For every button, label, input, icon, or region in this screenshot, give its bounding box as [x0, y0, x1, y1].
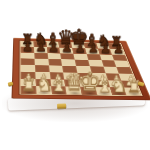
chess-board: ♜♞♝♛♚♝♞♜♟♟♟♟♟♟♟♟♟♟♟♟♟♟♟♟♜♞♝♛♚♝♞♜ — [12, 38, 150, 101]
piece-white-rook: ♜ — [21, 77, 36, 94]
piece-black-pawn: ♟ — [100, 42, 111, 55]
square-e7: ♟ — [72, 48, 86, 54]
square-a7: ♟ — [21, 47, 34, 53]
piece-white-knight: ♞ — [35, 75, 52, 94]
piece-black-pawn: ♟ — [61, 41, 72, 54]
square-d1: ♛ — [66, 87, 82, 95]
brass-latch-icon — [57, 103, 66, 108]
square-c1: ♝ — [51, 87, 67, 95]
chess-set-product-photo: ♜♞♝♛♚♝♞♜♟♟♟♟♟♟♟♟♟♟♟♟♟♟♟♟♜♞♝♛♚♝♞♜ — [0, 0, 150, 150]
square-f7: ♟ — [85, 48, 99, 54]
square-a1: ♜ — [21, 86, 36, 94]
square-g7: ♟ — [98, 48, 113, 54]
square-b1: ♞ — [36, 86, 52, 94]
square-d7: ♟ — [59, 48, 73, 54]
square-b7: ♟ — [34, 47, 48, 53]
board-grid: ♜♞♝♛♚♝♞♜♟♟♟♟♟♟♟♟♟♟♟♟♟♟♟♟♜♞♝♛♚♝♞♜ — [21, 41, 142, 96]
piece-black-pawn: ♟ — [48, 41, 59, 54]
piece-black-pawn: ♟ — [113, 42, 124, 54]
board-playfield: ♜♞♝♛♚♝♞♜♟♟♟♟♟♟♟♟♟♟♟♟♟♟♟♟♜♞♝♛♚♝♞♜ — [20, 41, 143, 97]
square-c5 — [48, 59, 62, 66]
square-c7: ♟ — [47, 47, 61, 53]
square-h7: ♟ — [110, 49, 125, 55]
piece-black-pawn: ♟ — [74, 41, 85, 54]
piece-black-pawn: ♟ — [35, 40, 46, 53]
piece-black-pawn: ♟ — [87, 42, 98, 55]
piece-black-pawn: ♟ — [22, 40, 34, 53]
